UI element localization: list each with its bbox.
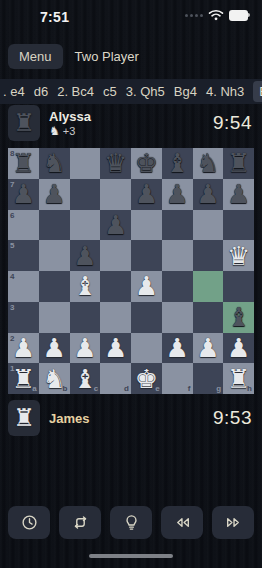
- square-b2[interactable]: ♟: [39, 333, 70, 364]
- file-label-a: a: [32, 384, 36, 393]
- black-knight-piece[interactable]: ♞: [42, 150, 65, 176]
- square-f5[interactable]: [162, 240, 193, 271]
- file-label-c: c: [94, 384, 98, 393]
- hint-button[interactable]: [110, 506, 152, 539]
- square-g1[interactable]: g: [193, 363, 224, 394]
- white-pawn-piece[interactable]: ♟: [165, 335, 188, 361]
- player-top-name: Alyssa: [49, 109, 91, 124]
- white-rook-avatar-icon: ♜: [13, 406, 35, 430]
- white-pawn-piece[interactable]: ♟: [227, 335, 250, 361]
- white-pawn-piece[interactable]: ♟: [104, 335, 127, 361]
- square-c6[interactable]: [70, 210, 101, 241]
- player-top-row: ♜ Alyssa ♞ +3 9:54: [8, 103, 252, 143]
- file-label-g: g: [216, 384, 221, 393]
- black-pawn-piece[interactable]: ♟: [42, 181, 65, 207]
- rewind-icon: [173, 515, 192, 530]
- move-4Nh3[interactable]: 4. Nh3: [206, 84, 244, 99]
- square-e1[interactable]: e♚: [131, 363, 162, 394]
- black-king-piece[interactable]: ♚: [135, 150, 158, 176]
- black-pawn-piece[interactable]: ♟: [73, 243, 96, 269]
- black-pawn-piece[interactable]: ♟: [165, 181, 188, 207]
- move-e4[interactable]: . e4: [3, 84, 25, 99]
- player-bottom-row: ♜ James 9:53: [8, 398, 252, 438]
- square-a3[interactable]: 3: [8, 302, 39, 333]
- square-b8[interactable]: ♞: [39, 148, 70, 179]
- move-2Bc4[interactable]: 2. Bc4: [57, 84, 94, 99]
- white-pawn-piece[interactable]: ♟: [135, 273, 158, 299]
- square-g3[interactable]: [193, 302, 224, 333]
- rank-label-2: 2: [10, 334, 14, 343]
- square-b6[interactable]: [39, 210, 70, 241]
- square-c3[interactable]: [70, 302, 101, 333]
- rank-label-3: 3: [10, 303, 14, 312]
- black-pawn-piece[interactable]: ♟: [227, 181, 250, 207]
- square-d4[interactable]: [100, 271, 131, 302]
- player-bottom-name: James: [49, 411, 89, 426]
- square-h3[interactable]: ♝: [223, 302, 254, 333]
- clock-button[interactable]: [8, 506, 50, 539]
- square-b3[interactable]: [39, 302, 70, 333]
- square-h5[interactable]: ♛: [223, 240, 254, 271]
- white-pawn-piece[interactable]: ♟: [73, 335, 96, 361]
- square-d1[interactable]: d: [100, 363, 131, 394]
- file-label-e: e: [155, 384, 159, 393]
- square-a8[interactable]: 8♜: [8, 148, 39, 179]
- square-e5[interactable]: [131, 240, 162, 271]
- rank-label-1: 1: [10, 364, 14, 373]
- move-list[interactable]: . e4d62. Bc4c53. Qh5Bg44. Nh3Bxh3: [0, 79, 262, 104]
- flip-icon: [72, 514, 89, 531]
- black-bishop-piece[interactable]: ♝: [227, 304, 250, 330]
- file-label-f: f: [188, 384, 191, 393]
- square-h8[interactable]: ♜: [223, 148, 254, 179]
- square-e7[interactable]: ♟: [131, 179, 162, 210]
- nav-bar: Menu Two Player: [8, 44, 139, 69]
- player-top-avatar: ♜: [8, 105, 40, 141]
- square-f2[interactable]: ♟: [162, 333, 193, 364]
- toolbar: [8, 506, 254, 539]
- square-e8[interactable]: ♚: [131, 148, 162, 179]
- square-h1[interactable]: h♜: [223, 363, 254, 394]
- move-Bg4[interactable]: Bg4: [174, 84, 197, 99]
- square-e6[interactable]: [131, 210, 162, 241]
- square-c7[interactable]: [70, 179, 101, 210]
- square-h4[interactable]: [223, 271, 254, 302]
- player-top-advantage: ♞ +3: [49, 125, 91, 137]
- fast-forward-button[interactable]: [212, 506, 254, 539]
- rank-label-8: 8: [10, 149, 14, 158]
- square-a6[interactable]: 6: [8, 210, 39, 241]
- square-b5[interactable]: [39, 240, 70, 271]
- square-e3[interactable]: [131, 302, 162, 333]
- square-d2[interactable]: ♟: [100, 333, 131, 364]
- black-pawn-piece[interactable]: ♟: [12, 181, 35, 207]
- square-g6[interactable]: [193, 210, 224, 241]
- player-top-clock: 9:54: [213, 112, 252, 134]
- black-rook-avatar-icon: ♜: [13, 111, 35, 135]
- square-f6[interactable]: [162, 210, 193, 241]
- rank-label-4: 4: [10, 272, 14, 281]
- square-a5[interactable]: 5: [8, 240, 39, 271]
- chess-board[interactable]: 8♜♞♛♚♝♞♜7♟♟♟♟♟♟6♟5♟♛4♝♟3♝2♟♟♟♟♟♟♟1a♜b♞c♝…: [8, 148, 254, 394]
- rank-label-7: 7: [10, 180, 14, 189]
- square-a7[interactable]: 7♟: [8, 179, 39, 210]
- home-indicator[interactable]: [89, 554, 173, 558]
- square-c4[interactable]: ♝: [70, 271, 101, 302]
- page-title: Two Player: [75, 49, 139, 64]
- move-3Qh5[interactable]: 3. Qh5: [126, 84, 165, 99]
- black-pawn-piece[interactable]: ♟: [104, 212, 127, 238]
- white-pawn-piece[interactable]: ♟: [12, 335, 35, 361]
- square-d6[interactable]: ♟: [100, 210, 131, 241]
- square-f4[interactable]: [162, 271, 193, 302]
- clock-icon: [21, 514, 38, 531]
- square-f8[interactable]: ♝: [162, 148, 193, 179]
- flip-board-button[interactable]: [59, 506, 101, 539]
- black-pawn-piece[interactable]: ♟: [135, 181, 158, 207]
- square-g4[interactable]: [193, 271, 224, 302]
- square-e2[interactable]: [131, 333, 162, 364]
- square-b1[interactable]: b♞: [39, 363, 70, 394]
- square-a1[interactable]: 1a♜: [8, 363, 39, 394]
- square-c5[interactable]: ♟: [70, 240, 101, 271]
- square-c2[interactable]: ♟: [70, 333, 101, 364]
- square-f3[interactable]: [162, 302, 193, 333]
- rank-label-6: 6: [10, 211, 14, 220]
- file-label-b: b: [63, 384, 68, 393]
- rank-label-5: 5: [10, 241, 14, 250]
- square-a2[interactable]: 2♟: [8, 333, 39, 364]
- square-d3[interactable]: [100, 302, 131, 333]
- square-g7[interactable]: ♟: [193, 179, 224, 210]
- advantage-value: +3: [63, 125, 76, 137]
- white-pawn-piece[interactable]: ♟: [196, 335, 219, 361]
- square-c1[interactable]: c♝: [70, 363, 101, 394]
- move-c5[interactable]: c5: [103, 84, 117, 99]
- square-e4[interactable]: ♟: [131, 271, 162, 302]
- black-queen-piece[interactable]: ♛: [104, 150, 127, 176]
- square-f7[interactable]: ♟: [162, 179, 193, 210]
- white-bishop-piece[interactable]: ♝: [73, 273, 96, 299]
- file-label-h: h: [247, 384, 252, 393]
- square-f1[interactable]: f: [162, 363, 193, 394]
- move-Bxh3[interactable]: Bxh3: [253, 81, 262, 102]
- rewind-button[interactable]: [161, 506, 203, 539]
- move-d6[interactable]: d6: [34, 84, 48, 99]
- square-d7[interactable]: [100, 179, 131, 210]
- white-queen-piece[interactable]: ♛: [227, 243, 250, 269]
- player-bottom-clock: 9:53: [213, 407, 252, 429]
- square-g5[interactable]: [193, 240, 224, 271]
- wifi-icon: [208, 9, 224, 21]
- black-bishop-piece[interactable]: ♝: [165, 150, 188, 176]
- square-h6[interactable]: [223, 210, 254, 241]
- square-c8[interactable]: [70, 148, 101, 179]
- captured-knight-icon: ♞: [49, 125, 60, 137]
- square-g8[interactable]: ♞: [193, 148, 224, 179]
- square-b4[interactable]: [39, 271, 70, 302]
- player-bottom-avatar: ♜: [8, 400, 40, 436]
- square-d8[interactable]: ♛: [100, 148, 131, 179]
- square-h2[interactable]: ♟: [223, 333, 254, 364]
- square-b7[interactable]: ♟: [39, 179, 70, 210]
- square-d5[interactable]: [100, 240, 131, 271]
- app-screen: 7:51 Menu Two Player . e4d62. Bc4c53. Qh…: [0, 0, 262, 568]
- status-time: 7:51: [40, 9, 69, 25]
- fast-forward-icon: [224, 515, 243, 530]
- black-pawn-piece[interactable]: ♟: [196, 181, 219, 207]
- white-pawn-piece[interactable]: ♟: [42, 335, 65, 361]
- file-label-d: d: [124, 384, 129, 393]
- square-h7[interactable]: ♟: [223, 179, 254, 210]
- black-rook-piece[interactable]: ♜: [12, 150, 35, 176]
- cellular-signal-icon: [185, 14, 203, 17]
- status-bar: 7:51: [0, 0, 262, 32]
- battery-icon: [229, 10, 250, 21]
- black-rook-piece[interactable]: ♜: [227, 150, 250, 176]
- lightbulb-icon: [123, 514, 140, 531]
- square-a4[interactable]: 4: [8, 271, 39, 302]
- black-knight-piece[interactable]: ♞: [196, 150, 219, 176]
- square-g2[interactable]: ♟: [193, 333, 224, 364]
- menu-button[interactable]: Menu: [8, 44, 63, 69]
